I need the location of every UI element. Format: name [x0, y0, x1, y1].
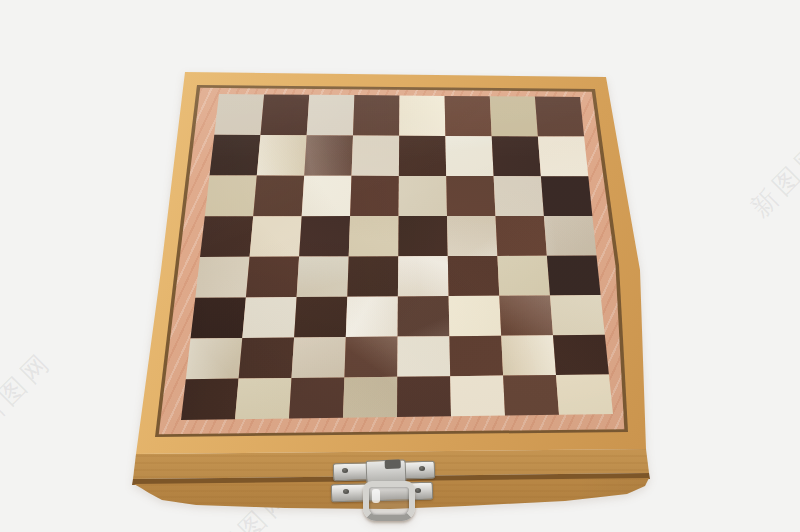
latch-screw: [342, 468, 348, 473]
latch-screw: [343, 489, 349, 494]
chessboard: [0, 0, 800, 532]
product-photo-canvas: 新图网 新图网 新图网: [0, 0, 800, 532]
chess-box: [0, 0, 800, 532]
latch-screw: [415, 488, 421, 493]
latch-screw: [419, 466, 425, 471]
latch-bail-highlight: [372, 489, 380, 503]
latch-bail: [363, 481, 415, 521]
latch-clasp: [330, 457, 438, 515]
latch-hook-notch: [385, 459, 401, 469]
square-e4: [0, 0, 800, 532]
